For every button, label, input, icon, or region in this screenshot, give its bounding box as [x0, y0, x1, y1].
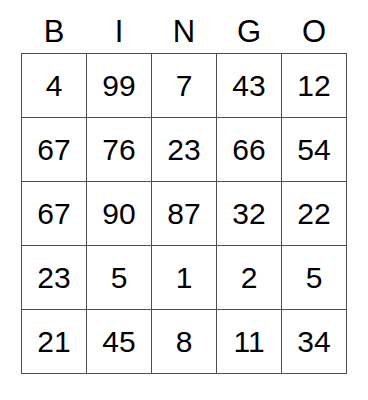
bingo-header: B I N G O [21, 16, 347, 53]
bingo-cell[interactable]: 23 [152, 118, 216, 181]
bingo-cell[interactable]: 5 [282, 246, 346, 309]
bingo-card-page: B I N G O 4 99 7 43 12 67 76 23 66 54 67… [0, 0, 368, 400]
bingo-cell[interactable]: 32 [217, 182, 281, 245]
bingo-cell[interactable]: 99 [87, 54, 151, 117]
bingo-cell[interactable]: 43 [217, 54, 281, 117]
bingo-cell[interactable]: 4 [22, 54, 86, 117]
bingo-cell[interactable]: 12 [282, 54, 346, 117]
bingo-cell[interactable]: 67 [22, 118, 86, 181]
header-letter-n: N [152, 16, 216, 53]
bingo-cell[interactable]: 21 [22, 310, 86, 373]
bingo-card: B I N G O 4 99 7 43 12 67 76 23 66 54 67… [21, 16, 347, 374]
bingo-cell[interactable]: 34 [282, 310, 346, 373]
bingo-cell[interactable]: 54 [282, 118, 346, 181]
bingo-cell[interactable]: 22 [282, 182, 346, 245]
bingo-cell[interactable]: 45 [87, 310, 151, 373]
bingo-cell[interactable]: 11 [217, 310, 281, 373]
bingo-cell[interactable]: 67 [22, 182, 86, 245]
bingo-cell[interactable]: 87 [152, 182, 216, 245]
bingo-cell[interactable]: 66 [217, 118, 281, 181]
header-letter-g: G [217, 16, 281, 53]
header-letter-o: O [282, 16, 346, 53]
bingo-cell[interactable]: 7 [152, 54, 216, 117]
bingo-cell[interactable]: 23 [22, 246, 86, 309]
bingo-cell[interactable]: 2 [217, 246, 281, 309]
header-letter-b: B [22, 16, 86, 53]
header-letter-i: I [87, 16, 151, 53]
bingo-grid: 4 99 7 43 12 67 76 23 66 54 67 90 87 32 … [21, 53, 347, 374]
bingo-cell[interactable]: 90 [87, 182, 151, 245]
bingo-cell[interactable]: 76 [87, 118, 151, 181]
bingo-cell[interactable]: 5 [87, 246, 151, 309]
bingo-cell[interactable]: 1 [152, 246, 216, 309]
bingo-cell[interactable]: 8 [152, 310, 216, 373]
